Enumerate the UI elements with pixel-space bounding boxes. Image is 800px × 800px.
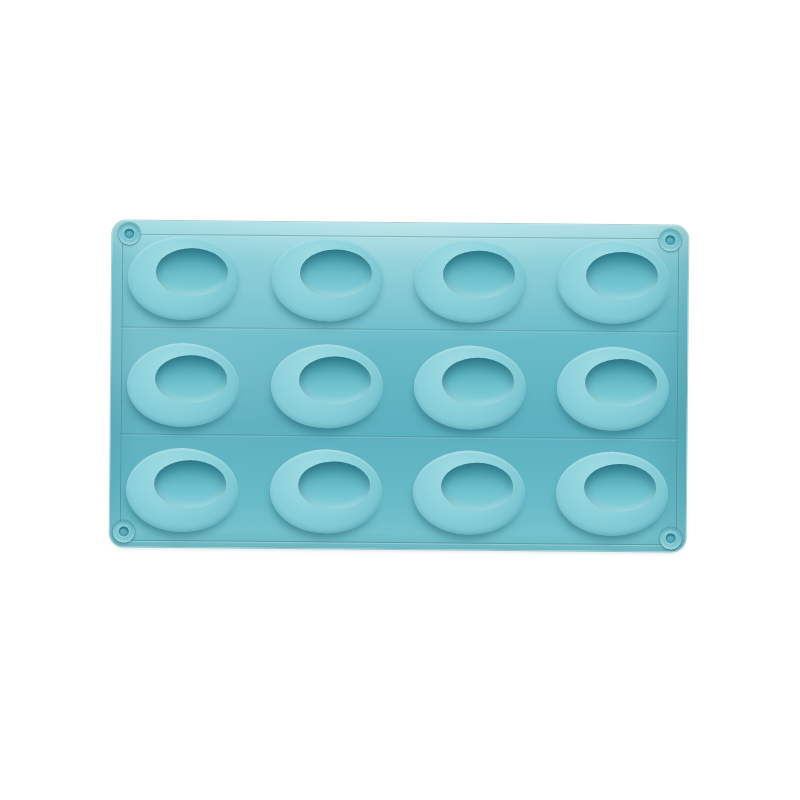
cavity-recess (154, 460, 226, 509)
cavity-recess (299, 356, 371, 405)
cavity-recess (442, 357, 514, 406)
mold-cavity (128, 236, 241, 321)
cavity-recess (155, 355, 227, 404)
cavity-recess (584, 464, 656, 513)
cavity-recess (443, 250, 515, 299)
mold-cavity (272, 237, 385, 322)
mold-cavity (557, 346, 670, 431)
cavity-recess (585, 359, 657, 408)
mold-cavity (415, 238, 528, 323)
cavity-recess (441, 462, 513, 511)
cavity-grid (110, 220, 689, 551)
cavity-recess (156, 248, 228, 297)
mold-cavity (127, 343, 240, 428)
cavity-recess (298, 461, 370, 510)
mold-cavity (270, 449, 383, 534)
mold-cavity (414, 345, 527, 430)
mold-cavity (271, 344, 384, 429)
product-photo (0, 0, 800, 800)
mold-cavity (556, 451, 669, 536)
silicone-mold (110, 220, 689, 551)
cavity-recess (300, 249, 372, 298)
cavity-recess (586, 252, 658, 301)
mold-cavity (126, 448, 239, 533)
mold-cavity (558, 239, 671, 324)
mold-cavity (413, 450, 526, 535)
